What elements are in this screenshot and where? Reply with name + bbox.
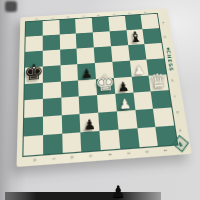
square-c5[interactable] — [79, 95, 98, 114]
square-g7[interactable] — [42, 34, 59, 50]
coord-label-bottom-4: 4 — [108, 153, 113, 156]
square-d2[interactable] — [131, 75, 151, 93]
coord-label-top-5: 5 — [82, 15, 86, 17]
square-g8[interactable] — [25, 36, 42, 52]
square-g3[interactable] — [109, 30, 127, 46]
square-h5[interactable] — [75, 18, 92, 33]
crest-knight-icon: ♞ — [177, 140, 184, 147]
square-b3[interactable] — [117, 110, 137, 129]
square-d1[interactable]: ♛ — [149, 74, 169, 92]
coord-label-right-g: g — [164, 36, 168, 38]
square-b2[interactable] — [135, 109, 156, 128]
board-grid: ♝♚♟♟♚♟♛♟♟ — [23, 14, 177, 156]
square-b6[interactable] — [61, 114, 80, 134]
square-e8[interactable]: ♚ — [25, 66, 43, 83]
white-pawn[interactable]: ♟ — [119, 97, 132, 111]
square-a3[interactable] — [118, 128, 139, 148]
black-pawn[interactable]: ♟ — [117, 80, 130, 94]
square-c4[interactable] — [97, 94, 117, 113]
square-f3[interactable] — [111, 45, 130, 62]
coord-label-top-3: 3 — [113, 13, 117, 15]
coord-label-right-d: d — [171, 79, 176, 82]
board-margin: ♝♚♟♟♚♟♛♟♟ 87654321 87654321 hgfedcba ◆CH… — [17, 8, 192, 167]
square-g4[interactable] — [93, 31, 111, 47]
square-c8[interactable] — [24, 99, 43, 118]
square-e7[interactable] — [43, 65, 61, 82]
square-g5[interactable] — [76, 32, 94, 48]
square-h6[interactable] — [59, 19, 76, 34]
square-g6[interactable] — [59, 33, 76, 49]
square-h3[interactable] — [108, 16, 126, 31]
square-b5[interactable]: ♟ — [80, 113, 100, 133]
black-bishop[interactable]: ♝ — [128, 30, 143, 45]
photo-scene: ♝♚♟♟♚♟♛♟♟ 87654321 87654321 hgfedcba ◆CH… — [0, 0, 200, 200]
black-king[interactable]: ♚ — [24, 61, 44, 83]
square-a7[interactable] — [43, 134, 62, 155]
coord-label-right-h: h — [162, 22, 166, 24]
square-c2[interactable] — [133, 92, 153, 111]
square-h7[interactable] — [42, 20, 59, 36]
white-queen[interactable]: ♛ — [148, 71, 169, 92]
square-d7[interactable] — [43, 81, 61, 99]
square-a5[interactable] — [81, 131, 101, 151]
square-b8[interactable] — [24, 117, 43, 137]
chess-board: ♝♚♟♟♚♟♛♟♟ 87654321 87654321 hgfedcba ◆CH… — [17, 8, 192, 167]
square-h8[interactable] — [26, 21, 43, 37]
coord-label-bottom-6: 6 — [71, 156, 76, 159]
square-b7[interactable] — [43, 116, 62, 136]
coord-label-top-6: 6 — [66, 16, 70, 18]
square-a8[interactable] — [23, 135, 42, 156]
square-a6[interactable] — [62, 132, 82, 152]
table-edge-shadow — [5, 192, 161, 200]
black-pawn[interactable]: ♟ — [83, 117, 96, 132]
coord-label-bottom-8: 8 — [33, 159, 38, 162]
coord-label-bottom-2: 2 — [145, 150, 150, 153]
white-king[interactable]: ♚ — [95, 73, 116, 96]
square-e5[interactable]: ♟ — [77, 63, 95, 80]
square-e2[interactable]: ♟ — [129, 59, 148, 76]
background-object — [5, 1, 17, 12]
square-f1[interactable] — [145, 43, 164, 59]
square-f5[interactable] — [77, 47, 95, 64]
coord-label-top-8: 8 — [35, 18, 39, 20]
coord-label-top-2: 2 — [128, 12, 132, 14]
coord-label-right-c: c — [174, 95, 179, 97]
coord-label-right-a: a — [179, 128, 184, 131]
coord-label-bottom-3: 3 — [127, 152, 132, 155]
square-f6[interactable] — [60, 48, 78, 65]
square-b1[interactable] — [153, 108, 174, 127]
black-pawn[interactable]: ♟ — [81, 66, 93, 79]
coord-label-top-7: 7 — [51, 17, 55, 19]
square-e6[interactable] — [60, 64, 78, 81]
square-d8[interactable] — [24, 82, 42, 100]
square-f2[interactable] — [128, 44, 147, 60]
white-pawn[interactable]: ♟ — [133, 63, 146, 76]
square-h1[interactable] — [141, 14, 159, 29]
coord-label-bottom-1: 1 — [164, 149, 169, 152]
square-g1[interactable] — [143, 28, 162, 44]
square-c6[interactable] — [61, 97, 80, 116]
square-f7[interactable] — [43, 49, 61, 66]
off-board-piece: ♟ — [111, 184, 125, 200]
square-a4[interactable] — [99, 130, 119, 150]
square-d4[interactable]: ♚ — [96, 78, 115, 96]
square-a2[interactable] — [137, 127, 158, 147]
coord-label-right-b: b — [176, 111, 181, 114]
coord-label-top-4: 4 — [97, 14, 101, 16]
square-e3[interactable] — [112, 60, 131, 77]
coord-label-top-1: 1 — [143, 11, 147, 13]
coord-label-bottom-5: 5 — [89, 155, 94, 158]
square-d3[interactable]: ♟ — [114, 76, 133, 94]
coord-label-bottom-7: 7 — [52, 157, 57, 160]
square-g2[interactable]: ♝ — [126, 29, 145, 45]
square-f4[interactable] — [94, 46, 112, 63]
square-d6[interactable] — [60, 80, 79, 98]
square-b4[interactable] — [98, 112, 118, 131]
square-c7[interactable] — [43, 98, 62, 117]
square-h4[interactable] — [92, 17, 110, 32]
square-c3[interactable]: ♟ — [115, 93, 135, 112]
